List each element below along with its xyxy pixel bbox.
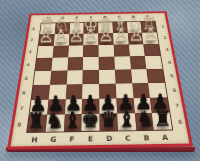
square-a3: [143, 44, 160, 56]
square-b3: [128, 44, 145, 56]
coordinate-label: 7: [171, 97, 184, 113]
square-h4: [35, 58, 52, 71]
square-c4: [114, 56, 131, 69]
square-d5: [99, 70, 116, 84]
coordinate-label: E: [81, 134, 100, 145]
coordinate-label: 4: [23, 58, 34, 71]
chessboard-photo: HGFEDCBA HGFEDCBA 12345678 12345678 ♖♘♗♔…: [0, 0, 200, 161]
coordinate-label: 5: [20, 71, 32, 85]
coordinate-label: E: [84, 15, 98, 20]
square-d3: [98, 45, 114, 57]
square-e5: [83, 70, 99, 84]
coordinate-label: C: [118, 133, 137, 144]
coordinate-label: C: [112, 14, 127, 19]
square-d4: [99, 57, 115, 70]
chess-board: HGFEDCBA HGFEDCBA 12345678 12345678 ♖♘♗♔…: [7, 11, 193, 149]
coordinate-label: D: [98, 14, 112, 19]
square-h3: [37, 46, 54, 58]
coordinate-label: F: [70, 15, 84, 20]
coordinate-label: 3: [25, 46, 36, 59]
square-c5: [115, 69, 132, 83]
square-a5: [147, 69, 165, 83]
coordinate-label: G: [43, 134, 62, 145]
square-f3: [68, 45, 84, 57]
square-g4: [51, 58, 68, 71]
coordinate-label: A: [155, 132, 175, 143]
square-e4: [83, 57, 99, 70]
coordinate-label: 1: [28, 23, 38, 34]
coordinate-label: 8: [173, 113, 187, 130]
coordinate-label: 2: [160, 32, 171, 44]
play-area: ♖♘♗♔♕♗♘♖♙♙♙♙♙♙♙♙♟♟♟♟♟♟♟♟♜♞♝♚♛♝♞♜: [26, 21, 173, 133]
square-h5: [33, 71, 51, 85]
coordinate-label: H: [41, 15, 56, 20]
coordinate-label: 6: [168, 83, 180, 98]
square-a2: ♙: [142, 32, 158, 44]
square-a8: ♜: [152, 113, 172, 130]
coordinate-label: D: [100, 133, 119, 144]
coordinate-label: 6: [18, 85, 30, 100]
coordinate-label: H: [25, 135, 45, 146]
coordinate-label: B: [137, 133, 157, 144]
square-a4: [145, 56, 163, 69]
square-f4: [67, 57, 83, 70]
square-e3: [83, 45, 98, 57]
coordinate-label: B: [126, 14, 141, 19]
coordinate-label: 3: [162, 43, 173, 55]
square-c3: [113, 44, 129, 56]
square-g3: [52, 45, 68, 57]
coordinate-label: 1: [158, 21, 168, 32]
coordinate-label: 5: [166, 69, 178, 83]
square-g5: [50, 71, 67, 85]
square-b5: [131, 69, 149, 83]
perspective-scene: HGFEDCBA HGFEDCBA 12345678 12345678 ♖♘♗♔…: [0, 0, 200, 161]
square-b4: [130, 56, 147, 69]
board-border-frame: HGFEDCBA HGFEDCBA 12345678 12345678 ♖♘♗♔…: [10, 13, 189, 147]
file-labels-bottom: HGFEDCBA: [25, 132, 176, 145]
coordinate-label: 4: [164, 56, 176, 69]
coordinate-label: 2: [27, 34, 37, 46]
coordinate-label: A: [140, 14, 155, 19]
square-f5: [66, 70, 83, 84]
coordinate-label: F: [62, 134, 81, 145]
coordinate-label: G: [55, 15, 70, 20]
